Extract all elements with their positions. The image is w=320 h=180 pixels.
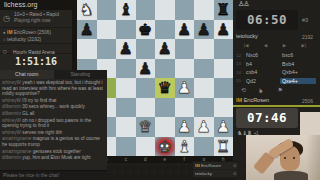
square-h7[interactable]: ♟	[214, 20, 234, 40]
game-clock-icon: ◷	[3, 14, 11, 24]
streamer-shoulders	[274, 171, 308, 180]
square-d7[interactable]: ♚	[136, 20, 156, 40]
square-f3[interactable]	[175, 98, 195, 118]
square-d1[interactable]	[136, 137, 156, 157]
square-e8[interactable]	[155, 0, 175, 20]
move-number: 12	[233, 53, 244, 58]
square-d8[interactable]	[136, 0, 156, 20]
square-e3[interactable]	[155, 98, 175, 118]
square-h5[interactable]	[214, 59, 234, 79]
chat-message: dilbermin yup, him and Elon Musk are tig…	[2, 155, 105, 161]
square-c7[interactable]	[116, 20, 136, 40]
move-12-black[interactable]: bxc6	[280, 52, 316, 58]
square-f8[interactable]	[175, 0, 195, 20]
chat-username[interactable]: whineyW	[2, 130, 22, 135]
square-f4[interactable]: ♟	[175, 78, 195, 98]
black-bishop-c8[interactable]: ♝	[116, 0, 136, 20]
chat-message: whineyW serves me right tbh	[2, 130, 105, 136]
square-d2[interactable]: ♛	[136, 117, 156, 137]
nav-first-button[interactable]: |◀	[244, 42, 249, 50]
square-c3[interactable]	[116, 98, 136, 118]
square-f2[interactable]: ♟	[175, 117, 195, 137]
score-value: 0	[234, 163, 236, 168]
black-player-rating: (2192)	[27, 37, 41, 42]
white-pawn-f2[interactable]: ♟	[175, 117, 195, 137]
tournament-header[interactable]: ⛉ Hourly Rapid Arena	[0, 44, 72, 54]
score-player-name: tetolucky	[195, 171, 234, 176]
square-c2[interactable]	[116, 117, 136, 137]
black-pawn-c6[interactable]: ♟	[116, 39, 136, 59]
black-queen-e4[interactable]: ♛	[155, 78, 175, 98]
square-h8[interactable]: ♜	[214, 0, 234, 20]
move-13-white[interactable]: b4	[244, 61, 280, 67]
square-g3[interactable]	[194, 98, 214, 118]
black-tournament-rank: #3	[302, 17, 308, 23]
black-pawn-a7[interactable]: ♟	[77, 20, 97, 40]
tab-standing[interactable]: Standing	[54, 70, 108, 79]
square-a8[interactable]: ♞	[77, 0, 97, 20]
chat-message: dilbermin GL all	[2, 111, 105, 117]
square-g2[interactable]: ♟	[194, 117, 214, 137]
square-h4[interactable]	[214, 78, 234, 98]
square-h3[interactable]	[214, 98, 234, 118]
square-d4[interactable]	[136, 78, 156, 98]
black-pawn-e6[interactable]: ♟	[155, 39, 175, 59]
move-number: 13	[233, 61, 244, 66]
white-pawn-f4[interactable]: ♟	[175, 78, 195, 98]
game-meta-box: ◷ 10+0 • Rated • Rapid Playing right now	[0, 10, 72, 28]
black-pawn-f7[interactable]: ♟	[175, 20, 195, 40]
square-e6[interactable]: ♟	[155, 39, 175, 59]
rewind-icon[interactable]: ⟲	[241, 86, 246, 95]
streamer-eye-left	[284, 157, 286, 159]
chat-input[interactable]: Please be nice in the chat!	[0, 170, 107, 180]
white-pawn-g2[interactable]: ♟	[194, 117, 214, 137]
webcam-shadow	[306, 135, 320, 180]
thumb-up-icon[interactable]: ☛	[257, 88, 266, 93]
black-clock: 06:50	[236, 10, 298, 30]
white-queen-d2[interactable]: ♛	[136, 117, 156, 137]
square-g4[interactable]	[194, 78, 214, 98]
square-f6[interactable]	[175, 39, 195, 59]
game-action-buttons: ⟲ ☛ ⚑	[241, 86, 311, 95]
flag-resign-icon[interactable]: ⚑	[277, 86, 282, 95]
nav-prev-button[interactable]: ◀	[264, 42, 267, 50]
chat-message: whineyW I'll try to find that	[2, 98, 105, 104]
captured-by-black: ♙♙	[238, 0, 249, 8]
move-nav: |◀ ◀ ▶ ▶|	[236, 42, 314, 50]
chat-message: amazingname geniuses stick together	[2, 149, 105, 155]
move-14-white[interactable]: cxb4	[244, 69, 280, 75]
square-g6[interactable]	[194, 39, 214, 59]
black-pawn-g7[interactable]: ♟	[194, 20, 214, 40]
chat-message: amazingname magnus is a genius so of cou…	[2, 136, 105, 147]
square-h2[interactable]: ♟	[214, 117, 234, 137]
square-g7[interactable]: ♟	[194, 20, 214, 40]
move-15-white[interactable]: Qd2	[244, 78, 280, 84]
move-row: 15Qd2Qxe4+	[233, 77, 320, 86]
white-pawn-h2[interactable]: ♟	[214, 117, 234, 137]
move-number: 14	[233, 70, 244, 75]
chat-username[interactable]: amazingname	[2, 136, 33, 141]
white-rook-h1[interactable]: ♜	[214, 137, 234, 157]
square-e1[interactable]: ♚	[155, 137, 175, 157]
chat-tabs: Chat room Standing	[0, 70, 107, 79]
square-d6[interactable]	[136, 39, 156, 59]
move-14-black[interactable]: Qxb4+	[280, 69, 316, 75]
white-player-title: IM	[7, 30, 12, 35]
square-f5[interactable]	[175, 59, 195, 79]
score-player-name: IM EricRosen	[195, 163, 234, 168]
white-knight-a8[interactable]: ♞	[77, 0, 97, 20]
tournament-countdown: 1:51:16	[0, 54, 72, 70]
chat-username[interactable]: whineyW	[2, 80, 22, 85]
square-c6[interactable]: ♟	[116, 39, 136, 59]
chat-username[interactable]: whineyW	[2, 118, 22, 123]
white-player-name[interactable]: EricRosen	[14, 30, 36, 35]
black-rating: 2192	[302, 34, 313, 40]
score-value: 0	[234, 171, 236, 176]
square-g1[interactable]	[194, 137, 214, 157]
square-g5[interactable]	[194, 59, 214, 79]
player-row-black[interactable]: ○ tetolucky (2192)	[3, 37, 72, 44]
file-label-d: d	[136, 156, 156, 163]
tournament-score-box: IM EricRosen0tetolucky0	[192, 161, 239, 179]
square-h1[interactable]: ♜	[214, 137, 234, 157]
square-c8[interactable]: ♝	[116, 0, 136, 20]
score-row: tetolucky0	[193, 170, 238, 178]
chat-message: whineyW oh no i dropped two pawns in the…	[2, 118, 105, 129]
square-b7[interactable]	[97, 20, 117, 40]
site-header[interactable]: lichess.org	[0, 0, 72, 10]
white-bishop-f1[interactable]: ♝	[175, 137, 195, 157]
chat-username[interactable]: dilbermin	[2, 155, 22, 160]
square-e2[interactable]	[155, 117, 175, 137]
square-f1[interactable]: ♝	[175, 137, 195, 157]
nav-next-button[interactable]: ▶	[283, 42, 286, 50]
white-clock: 07:46	[236, 108, 298, 128]
tab-chat-room[interactable]: Chat room	[0, 70, 54, 79]
file-label-c: c	[116, 156, 136, 163]
square-c1[interactable]	[116, 137, 136, 157]
nav-last-button[interactable]: ▶|	[302, 42, 307, 50]
chat-username[interactable]: whineyW	[2, 98, 22, 103]
white-king-e1[interactable]: ♚	[155, 137, 175, 157]
square-a6[interactable]	[77, 39, 97, 59]
square-h6[interactable]	[214, 39, 234, 59]
square-b8[interactable]	[97, 0, 117, 20]
black-rook-h8[interactable]: ♜	[214, 0, 234, 20]
chat-username[interactable]: dilbermin	[2, 111, 22, 116]
white-player-rating: (2506)	[37, 30, 51, 35]
move-15-black[interactable]: Qxe4+	[280, 78, 316, 84]
score-row: IM EricRosen0	[193, 162, 238, 170]
black-pawn-h7[interactable]: ♟	[214, 20, 234, 40]
square-e4[interactable]: ♛	[155, 78, 175, 98]
black-king-d7[interactable]: ♚	[136, 20, 156, 40]
chat-username[interactable]: amazingname	[2, 149, 33, 154]
chat-message: dilbermin 30 secs whiney... work quickly	[2, 104, 105, 110]
move-13-black[interactable]: Bxb4	[280, 61, 316, 67]
webcam-overlay	[246, 135, 320, 180]
chat-panel: Chat room Standing whineyW yeah i was sk…	[0, 70, 107, 180]
white-rating: 2506	[302, 98, 313, 104]
site-logo-text[interactable]: lichess.org	[4, 1, 37, 8]
move-row: 12Nxc6bxc6	[233, 51, 320, 60]
chat-message-list[interactable]: whineyW yeah i was skeptical too, but i …	[0, 79, 107, 170]
white-color-icon: ●	[3, 30, 6, 35]
tournament-progress-bar	[233, 105, 320, 107]
chat-message: whineyW yeah i was skeptical too, but i …	[2, 80, 105, 97]
square-g8[interactable]	[194, 0, 214, 20]
square-a7[interactable]: ♟	[77, 20, 97, 40]
square-c4[interactable]	[116, 78, 136, 98]
square-b6[interactable]	[97, 39, 117, 59]
move-number: 15	[233, 78, 244, 83]
game-meta-line2: Playing right now	[14, 18, 70, 24]
move-row: 13b4Bxb4	[233, 60, 320, 69]
streamer-eye-right	[293, 157, 295, 159]
move-list: 12Nxc6bxc613b4Bxb414cxb4Qxb4+15Qd2Qxe4+	[233, 51, 320, 85]
square-e7[interactable]	[155, 20, 175, 40]
black-color-icon: ○	[3, 37, 6, 42]
square-f7[interactable]: ♟	[175, 20, 195, 40]
file-label-e: e	[155, 156, 175, 163]
square-c5[interactable]	[116, 59, 136, 79]
move-12-white[interactable]: Nxc6	[244, 52, 280, 58]
black-pawn-d5[interactable]: ♟	[136, 59, 156, 79]
chat-username[interactable]: dilbermin	[2, 104, 22, 109]
square-d5[interactable]: ♟	[136, 59, 156, 79]
square-d3[interactable]	[136, 98, 156, 118]
square-e5[interactable]	[155, 59, 175, 79]
move-row: 14cxb4Qxb4+	[233, 68, 320, 77]
